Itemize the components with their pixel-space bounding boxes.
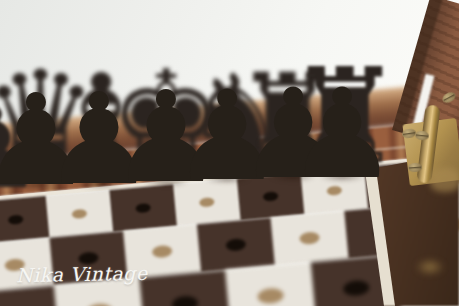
peg-hole xyxy=(257,287,284,304)
brass-reflection xyxy=(415,258,445,276)
peg-hole xyxy=(343,279,370,296)
screw-slot xyxy=(443,94,454,101)
screw-slot xyxy=(409,166,421,168)
peg-hole xyxy=(299,231,320,245)
brass-hinge-lower xyxy=(430,168,459,192)
peg-hole xyxy=(152,245,173,259)
light-square xyxy=(271,211,349,266)
chess-set-photo: ♟♛♝♚♞♜♜♟♟♟♟♟♟ Nika Vintage xyxy=(0,0,459,306)
screw-slot xyxy=(403,132,415,135)
peg-hole xyxy=(8,215,24,225)
chess-piece-pawn: ♟ xyxy=(286,72,397,196)
watermark: Nika Vintage xyxy=(16,262,148,286)
dark-square xyxy=(197,218,275,273)
peg-hole xyxy=(225,238,246,252)
dark-square xyxy=(0,286,59,306)
peg-hole xyxy=(171,295,198,306)
screw-slot xyxy=(416,134,428,137)
light-square xyxy=(225,262,316,306)
